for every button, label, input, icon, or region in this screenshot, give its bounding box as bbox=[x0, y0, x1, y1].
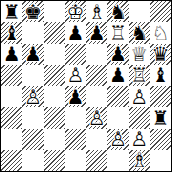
square-d3[interactable] bbox=[65, 107, 86, 128]
white-pawn: ♙ bbox=[130, 129, 148, 149]
square-b2[interactable] bbox=[22, 129, 43, 150]
square-h5[interactable]: ♝ bbox=[150, 65, 171, 86]
black-knight: ♞ bbox=[109, 2, 127, 22]
square-g7[interactable]: ♞ bbox=[129, 22, 150, 43]
square-b6[interactable]: ♟ bbox=[22, 44, 43, 65]
black-pawn: ♟ bbox=[24, 44, 42, 64]
square-e1[interactable] bbox=[86, 150, 107, 171]
square-f1[interactable] bbox=[107, 150, 128, 171]
square-d4[interactable]: ♟ bbox=[65, 86, 86, 107]
square-a4[interactable] bbox=[1, 86, 22, 107]
square-f4[interactable] bbox=[107, 86, 128, 107]
white-pawn: ♙ bbox=[130, 87, 148, 107]
black-knight: ♞ bbox=[130, 23, 148, 43]
square-b3[interactable] bbox=[22, 107, 43, 128]
black-bishop: ♝ bbox=[3, 23, 21, 43]
square-h4[interactable] bbox=[150, 86, 171, 107]
black-bishop: ♝ bbox=[151, 65, 169, 85]
white-king: ♔ bbox=[66, 2, 84, 22]
chess-diagram: ♜♚♔♗♞♝♟♟♖♞♘♟♟♟♕♛♙♟♖♝♙♟♙♙♜♙♙♗ bbox=[0, 0, 172, 172]
white-queen: ♕ bbox=[130, 44, 148, 64]
square-g2[interactable]: ♙ bbox=[129, 129, 150, 150]
square-e7[interactable]: ♟ bbox=[86, 22, 107, 43]
square-c6[interactable] bbox=[44, 44, 65, 65]
square-h3[interactable]: ♜ bbox=[150, 107, 171, 128]
black-pawn: ♟ bbox=[66, 23, 84, 43]
white-rook: ♖ bbox=[130, 65, 148, 85]
white-pawn: ♙ bbox=[109, 129, 127, 149]
square-d6[interactable] bbox=[65, 44, 86, 65]
square-h6[interactable]: ♛ bbox=[150, 44, 171, 65]
black-pawn: ♟ bbox=[88, 23, 106, 43]
square-e5[interactable] bbox=[86, 65, 107, 86]
white-rook: ♖ bbox=[109, 23, 127, 43]
square-b5[interactable] bbox=[22, 65, 43, 86]
black-pawn: ♟ bbox=[109, 44, 127, 64]
square-g1[interactable]: ♗ bbox=[129, 150, 150, 171]
square-c3[interactable] bbox=[44, 107, 65, 128]
square-g3[interactable] bbox=[129, 107, 150, 128]
square-a2[interactable] bbox=[1, 129, 22, 150]
square-a5[interactable] bbox=[1, 65, 22, 86]
square-c8[interactable] bbox=[44, 1, 65, 22]
black-pawn: ♟ bbox=[66, 87, 84, 107]
square-e2[interactable] bbox=[86, 129, 107, 150]
square-g5[interactable]: ♖ bbox=[129, 65, 150, 86]
black-pawn: ♟ bbox=[109, 65, 127, 85]
square-a1[interactable] bbox=[1, 150, 22, 171]
square-a6[interactable]: ♟ bbox=[1, 44, 22, 65]
square-b7[interactable] bbox=[22, 22, 43, 43]
black-rook: ♜ bbox=[151, 108, 169, 128]
square-e4[interactable] bbox=[86, 86, 107, 107]
square-d5[interactable]: ♙ bbox=[65, 65, 86, 86]
square-f3[interactable] bbox=[107, 107, 128, 128]
square-h8[interactable] bbox=[150, 1, 171, 22]
white-knight: ♘ bbox=[151, 23, 169, 43]
white-bishop: ♗ bbox=[88, 2, 106, 22]
white-pawn: ♙ bbox=[88, 108, 106, 128]
square-b8[interactable]: ♚ bbox=[22, 1, 43, 22]
black-queen: ♛ bbox=[151, 44, 169, 64]
square-f8[interactable]: ♞ bbox=[107, 1, 128, 22]
square-g8[interactable] bbox=[129, 1, 150, 22]
square-a7[interactable]: ♝ bbox=[1, 22, 22, 43]
square-e8[interactable]: ♗ bbox=[86, 1, 107, 22]
square-c4[interactable] bbox=[44, 86, 65, 107]
square-d7[interactable]: ♟ bbox=[65, 22, 86, 43]
square-h7[interactable]: ♘ bbox=[150, 22, 171, 43]
square-f2[interactable]: ♙ bbox=[107, 129, 128, 150]
square-e6[interactable] bbox=[86, 44, 107, 65]
square-c5[interactable] bbox=[44, 65, 65, 86]
square-h2[interactable] bbox=[150, 129, 171, 150]
square-c1[interactable] bbox=[44, 150, 65, 171]
square-h1[interactable] bbox=[150, 150, 171, 171]
square-d8[interactable]: ♔ bbox=[65, 1, 86, 22]
white-pawn: ♙ bbox=[66, 65, 84, 85]
white-bishop: ♗ bbox=[130, 150, 148, 170]
square-a3[interactable] bbox=[1, 107, 22, 128]
chess-board: ♜♚♔♗♞♝♟♟♖♞♘♟♟♟♕♛♙♟♖♝♙♟♙♙♜♙♙♗ bbox=[0, 0, 172, 172]
square-g6[interactable]: ♕ bbox=[129, 44, 150, 65]
square-f6[interactable]: ♟ bbox=[107, 44, 128, 65]
black-king: ♚ bbox=[24, 2, 42, 22]
square-c7[interactable] bbox=[44, 22, 65, 43]
square-b4[interactable]: ♙ bbox=[22, 86, 43, 107]
square-c2[interactable] bbox=[44, 129, 65, 150]
black-pawn: ♟ bbox=[3, 44, 21, 64]
white-pawn: ♙ bbox=[24, 87, 42, 107]
square-f5[interactable]: ♟ bbox=[107, 65, 128, 86]
square-g4[interactable]: ♙ bbox=[129, 86, 150, 107]
square-b1[interactable] bbox=[22, 150, 43, 171]
square-d1[interactable] bbox=[65, 150, 86, 171]
square-a8[interactable]: ♜ bbox=[1, 1, 22, 22]
square-e3[interactable]: ♙ bbox=[86, 107, 107, 128]
black-rook: ♜ bbox=[3, 2, 21, 22]
square-f7[interactable]: ♖ bbox=[107, 22, 128, 43]
square-d2[interactable] bbox=[65, 129, 86, 150]
